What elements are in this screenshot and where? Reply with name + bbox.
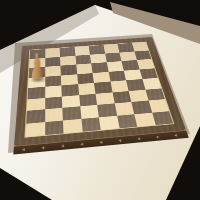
board-square <box>81 117 101 132</box>
board-square <box>152 111 174 125</box>
board-square <box>26 122 45 137</box>
board-square <box>63 119 82 134</box>
photo-scene: ♟ <box>0 0 200 200</box>
white-pawn: ♟ <box>28 48 46 84</box>
board-square <box>45 120 64 135</box>
